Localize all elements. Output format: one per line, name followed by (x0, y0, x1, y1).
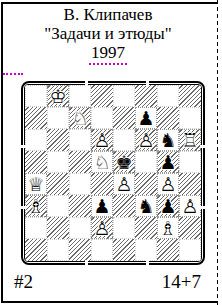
material-count[interactable]: 14+7 (162, 270, 201, 294)
square-c4 (69, 173, 91, 195)
square-e4: ♟♙ (113, 173, 135, 195)
square-g3: ♟♟ (157, 195, 179, 217)
square-g2: ♝♗ (157, 217, 179, 239)
board-grid: ♚♔♞♘♟♟♟♙♟♙♞♞♜♖♞♘♚♚♟♟♛♕♟♙♟♙♝♗♟♟♞♞♟♟♟♙♟♙♝♗ (25, 85, 201, 261)
author-name[interactable]: В. Клипачев (2, 5, 214, 24)
piece-glyph: ♞ (159, 131, 176, 150)
square-a6 (25, 129, 47, 151)
piece-glyph: ♟ (137, 109, 154, 128)
square-b2 (47, 217, 69, 239)
frame-notch (85, 81, 88, 86)
square-b3 (47, 195, 69, 217)
square-h1 (179, 239, 201, 261)
piece-glyph: ♕ (27, 175, 44, 194)
square-c2 (69, 217, 91, 239)
square-h6: ♜♖ (179, 129, 201, 151)
piece-glyph: ♗ (27, 197, 44, 216)
year-line: 1997 (2, 43, 214, 65)
piece-glyph: ♟ (159, 197, 176, 216)
square-a2 (25, 217, 47, 239)
square-c1 (69, 239, 91, 261)
square-f5 (135, 151, 157, 173)
square-h8 (179, 85, 201, 107)
square-a1 (25, 239, 47, 261)
piece-black-pawn: ♟♟ (136, 108, 156, 128)
frame-notch (21, 206, 26, 209)
square-d7 (91, 107, 113, 129)
piece-white-rook: ♜♖ (179, 129, 201, 151)
square-g8 (157, 85, 179, 107)
square-d8 (91, 85, 113, 107)
square-f7: ♟♟ (135, 107, 157, 129)
square-c8 (69, 85, 91, 107)
square-d1 (91, 239, 113, 261)
square-g4: ♟♙ (157, 173, 179, 195)
square-f8 (135, 85, 157, 107)
stipulation-row: #2 14+7 (14, 270, 201, 294)
square-a8 (25, 85, 47, 107)
piece-glyph: ♙ (93, 131, 110, 150)
square-c3 (69, 195, 91, 217)
frame-notch (146, 81, 149, 86)
square-e8 (113, 85, 135, 107)
source-title[interactable]: "Задачи и этюды" (2, 24, 214, 43)
piece-black-pawn: ♟♟ (157, 151, 179, 173)
table-border-top (1, 2, 217, 4)
square-a4: ♛♕ (25, 173, 47, 195)
square-e1 (113, 239, 135, 261)
piece-glyph: ♟ (93, 197, 110, 216)
piece-white-bishop: ♝♗ (158, 218, 178, 238)
piece-black-pawn: ♟♟ (157, 195, 179, 217)
square-c6 (69, 129, 91, 151)
piece-glyph: ♙ (93, 219, 110, 238)
square-e3 (113, 195, 135, 217)
piece-glyph: ♞ (137, 197, 154, 216)
piece-white-queen: ♛♕ (26, 174, 46, 194)
square-d6: ♟♙ (91, 129, 113, 151)
square-h3: ♟♙ (179, 195, 201, 217)
problem-header: В. Клипачев "Задачи и этюды" 1997 (2, 5, 214, 65)
frame-notch (21, 145, 26, 148)
piece-white-pawn: ♟♙ (135, 129, 157, 151)
piece-glyph: ♘ (71, 109, 88, 128)
piece-glyph: ♔ (49, 87, 66, 106)
square-g6: ♞♞ (157, 129, 179, 151)
piece-glyph: ♚ (115, 153, 132, 172)
piece-black-knight: ♞♞ (136, 196, 156, 216)
piece-white-pawn: ♟♙ (180, 196, 200, 216)
piece-glyph: ♙ (115, 175, 132, 194)
piece-white-pawn: ♟♙ (91, 217, 113, 239)
piece-white-pawn: ♟♙ (91, 129, 113, 151)
document-page: В. Клипачев "Задачи и этюды" 1997 ♚♔♞♘♟♟… (0, 0, 222, 305)
frame-notch (146, 260, 149, 265)
piece-black-king: ♚♚ (113, 151, 135, 173)
square-g1 (157, 239, 179, 261)
piece-glyph: ♙ (159, 175, 176, 194)
square-b4 (47, 173, 69, 195)
piece-glyph: ♙ (181, 197, 198, 216)
square-h2 (179, 217, 201, 239)
piece-white-pawn: ♟♙ (114, 174, 134, 194)
square-h4 (179, 173, 201, 195)
square-e5: ♚♚ (113, 151, 135, 173)
piece-glyph: ♙ (137, 131, 154, 150)
square-b5 (47, 151, 69, 173)
square-f6: ♟♙ (135, 129, 157, 151)
square-e7 (113, 107, 135, 129)
square-d3: ♟♟ (91, 195, 113, 217)
frame-notch (85, 260, 88, 265)
piece-white-knight: ♞♘ (92, 152, 112, 172)
frame-notch (200, 145, 205, 148)
square-a7 (25, 107, 47, 129)
square-e2 (113, 217, 135, 239)
square-a3: ♝♗ (25, 195, 47, 217)
square-h5 (179, 151, 201, 173)
square-b6 (47, 129, 69, 151)
square-b7 (47, 107, 69, 129)
table-border-bottom (1, 301, 217, 303)
square-a5 (25, 151, 47, 173)
square-b1 (47, 239, 69, 261)
square-d5: ♞♘ (91, 151, 113, 173)
piece-black-knight: ♞♞ (158, 130, 178, 150)
piece-white-bishop: ♝♗ (25, 195, 47, 217)
piece-glyph: ♗ (159, 219, 176, 238)
square-f2 (135, 217, 157, 239)
square-f1 (135, 239, 157, 261)
square-c5 (69, 151, 91, 173)
piece-white-pawn: ♟♙ (158, 174, 178, 194)
chess-board[interactable]: ♚♔♞♘♟♟♟♙♟♙♞♞♜♖♞♘♚♚♟♟♛♕♟♙♟♙♝♗♟♟♞♞♟♟♟♙♟♙♝♗ (21, 81, 205, 265)
table-gridline-dashed[interactable] (217, 0, 218, 305)
stipulation-label[interactable]: #2 (14, 270, 33, 294)
square-f4 (135, 173, 157, 195)
board-inner-frame: ♚♔♞♘♟♟♟♙♟♙♞♞♜♖♞♘♚♚♟♟♛♕♟♙♟♙♝♗♟♟♞♞♟♟♟♙♟♙♝♗ (24, 84, 202, 262)
square-e6 (113, 129, 135, 151)
piece-glyph: ♟ (159, 153, 176, 172)
square-b8: ♚♔ (47, 85, 69, 107)
square-d4 (91, 173, 113, 195)
piece-white-king: ♚♔ (47, 85, 69, 107)
piece-glyph: ♘ (93, 153, 110, 172)
piece-white-knight: ♞♘ (69, 107, 91, 129)
square-g7 (157, 107, 179, 129)
year[interactable]: 1997 (89, 43, 127, 65)
square-c7: ♞♘ (69, 107, 91, 129)
dotted-marker (3, 73, 23, 75)
square-h7 (179, 107, 201, 129)
piece-black-pawn: ♟♟ (92, 196, 112, 216)
piece-glyph: ♖ (181, 131, 198, 150)
square-d2: ♟♙ (91, 217, 113, 239)
square-g5: ♟♟ (157, 151, 179, 173)
square-f3: ♞♞ (135, 195, 157, 217)
frame-notch (200, 206, 205, 209)
